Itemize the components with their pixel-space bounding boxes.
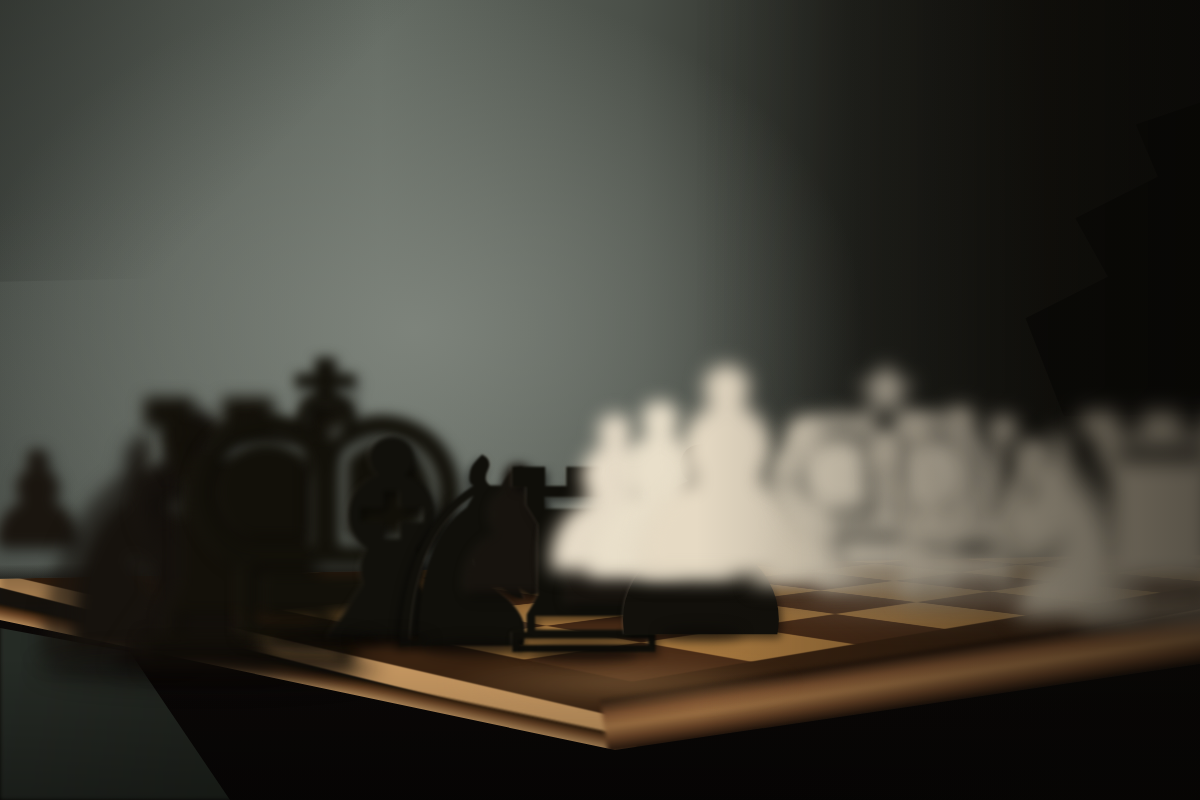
pawn-shadow <box>659 626 743 642</box>
group-shadow-left <box>40 650 380 686</box>
knight-shadow <box>422 639 526 657</box>
white-rook[interactable]: ♜ <box>1033 380 1200 667</box>
pieces-layer: ♟♞♝♜♚♝♞♟♜♟♟♟♟♟♝♚♛♞♜ <box>0 0 1200 800</box>
bishop-shadow <box>352 632 432 648</box>
chess-photo-scene: ♟♞♝♜♚♝♞♟♜♟♟♟♟♟♝♚♛♞♜ <box>0 0 1200 800</box>
rook-shadow <box>529 645 639 663</box>
